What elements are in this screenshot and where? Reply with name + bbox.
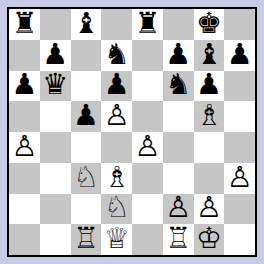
square-g8[interactable]: ♚	[194, 9, 225, 40]
square-a2[interactable]	[9, 194, 40, 225]
square-c4[interactable]	[71, 132, 102, 163]
piece-black-queen: ♛	[42, 71, 68, 100]
square-c7[interactable]	[71, 40, 102, 71]
piece-white-pawn: ♙	[227, 163, 253, 192]
piece-white-bishop: ♗	[196, 101, 222, 130]
square-h7[interactable]: ♟	[224, 40, 255, 71]
square-c2[interactable]	[71, 194, 102, 225]
square-f6[interactable]: ♞	[163, 71, 194, 102]
square-g6[interactable]: ♟	[194, 71, 225, 102]
piece-black-pawn: ♟	[42, 40, 68, 69]
piece-white-pawn: ♙	[165, 194, 191, 223]
piece-black-pawn: ♟	[73, 101, 99, 130]
piece-black-bishop: ♝	[196, 40, 222, 69]
piece-white-bishop: ♗	[104, 163, 130, 192]
square-e2[interactable]	[132, 194, 163, 225]
square-h5[interactable]	[224, 101, 255, 132]
piece-white-pawn: ♙	[11, 132, 37, 161]
square-g7[interactable]: ♝	[194, 40, 225, 71]
square-h8[interactable]	[224, 9, 255, 40]
piece-black-pawn: ♟	[11, 71, 37, 100]
chess-diagram: ♜♝♜♚♟♞♟♝♟♟♛♟♞♟♟♙♗♙♙♘♗♙♘♙♙♖♕♖♔	[0, 0, 264, 264]
square-b7[interactable]: ♟	[40, 40, 71, 71]
square-h3[interactable]: ♙	[224, 163, 255, 194]
piece-white-pawn: ♙	[134, 132, 160, 161]
square-a4[interactable]: ♙	[9, 132, 40, 163]
square-f7[interactable]: ♟	[163, 40, 194, 71]
square-b5[interactable]	[40, 101, 71, 132]
piece-white-king: ♔	[196, 224, 222, 253]
square-f8[interactable]	[163, 9, 194, 40]
square-e6[interactable]	[132, 71, 163, 102]
piece-black-rook: ♜	[134, 9, 160, 38]
square-c5[interactable]: ♟	[71, 101, 102, 132]
square-c1[interactable]: ♖	[71, 224, 102, 255]
piece-white-knight: ♘	[104, 194, 130, 223]
square-f3[interactable]	[163, 163, 194, 194]
square-d8[interactable]	[101, 9, 132, 40]
square-e3[interactable]	[132, 163, 163, 194]
square-g3[interactable]	[194, 163, 225, 194]
square-h1[interactable]	[224, 224, 255, 255]
square-e8[interactable]: ♜	[132, 9, 163, 40]
square-d7[interactable]: ♞	[101, 40, 132, 71]
square-h2[interactable]	[224, 194, 255, 225]
square-g5[interactable]: ♗	[194, 101, 225, 132]
square-f1[interactable]: ♖	[163, 224, 194, 255]
square-g4[interactable]	[194, 132, 225, 163]
square-g2[interactable]: ♙	[194, 194, 225, 225]
piece-black-pawn: ♟	[165, 40, 191, 69]
square-b3[interactable]	[40, 163, 71, 194]
square-d2[interactable]: ♘	[101, 194, 132, 225]
piece-white-rook: ♖	[73, 224, 99, 253]
piece-black-knight: ♞	[165, 71, 191, 100]
piece-black-pawn: ♟	[196, 71, 222, 100]
square-d6[interactable]: ♟	[101, 71, 132, 102]
chess-board: ♜♝♜♚♟♞♟♝♟♟♛♟♞♟♟♙♗♙♙♘♗♙♘♙♙♖♕♖♔	[7, 7, 257, 257]
piece-black-bishop: ♝	[73, 9, 99, 38]
square-f4[interactable]	[163, 132, 194, 163]
square-d3[interactable]: ♗	[101, 163, 132, 194]
piece-black-pawn: ♟	[104, 71, 130, 100]
square-b2[interactable]	[40, 194, 71, 225]
square-b4[interactable]	[40, 132, 71, 163]
piece-white-pawn: ♙	[196, 194, 222, 223]
square-a5[interactable]	[9, 101, 40, 132]
square-b8[interactable]	[40, 9, 71, 40]
square-d5[interactable]: ♙	[101, 101, 132, 132]
piece-black-king: ♚	[196, 9, 222, 38]
piece-white-queen: ♕	[104, 224, 130, 253]
square-e1[interactable]	[132, 224, 163, 255]
square-b6[interactable]: ♛	[40, 71, 71, 102]
square-d4[interactable]	[101, 132, 132, 163]
piece-black-rook: ♜	[11, 9, 37, 38]
piece-black-pawn: ♟	[227, 40, 253, 69]
piece-black-knight: ♞	[104, 40, 130, 69]
piece-white-pawn: ♙	[104, 101, 130, 130]
square-h6[interactable]	[224, 71, 255, 102]
square-h4[interactable]	[224, 132, 255, 163]
square-g1[interactable]: ♔	[194, 224, 225, 255]
square-a3[interactable]	[9, 163, 40, 194]
piece-white-rook: ♖	[165, 224, 191, 253]
square-a6[interactable]: ♟	[9, 71, 40, 102]
square-c6[interactable]	[71, 71, 102, 102]
square-b1[interactable]	[40, 224, 71, 255]
square-f5[interactable]	[163, 101, 194, 132]
square-c3[interactable]: ♘	[71, 163, 102, 194]
square-a8[interactable]: ♜	[9, 9, 40, 40]
piece-white-knight: ♘	[73, 163, 99, 192]
square-e4[interactable]: ♙	[132, 132, 163, 163]
square-a1[interactable]	[9, 224, 40, 255]
square-f2[interactable]: ♙	[163, 194, 194, 225]
square-c8[interactable]: ♝	[71, 9, 102, 40]
square-e7[interactable]	[132, 40, 163, 71]
square-e5[interactable]	[132, 101, 163, 132]
square-a7[interactable]	[9, 40, 40, 71]
square-d1[interactable]: ♕	[101, 224, 132, 255]
